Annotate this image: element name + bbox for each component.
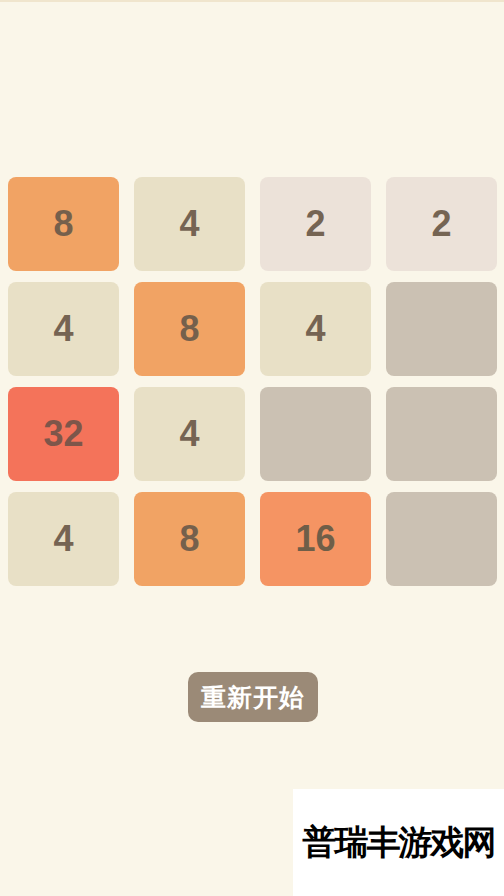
tile-r2c2-8: 8	[134, 282, 245, 376]
top-edge-strip	[0, 0, 504, 2]
tile-r1c1-8: 8	[8, 177, 119, 271]
tile-r3c2-4: 4	[134, 387, 245, 481]
tile-r4c3-16: 16	[260, 492, 371, 586]
cell-r3c4-empty	[386, 387, 497, 481]
watermark-text: 普瑞丰游戏网	[303, 820, 495, 866]
tile-r2c3-4: 4	[260, 282, 371, 376]
cell-r2c4-empty	[386, 282, 497, 376]
tile-r1c3-2: 2	[260, 177, 371, 271]
cell-r3c3-empty	[260, 387, 371, 481]
tile-r1c2-4: 4	[134, 177, 245, 271]
tile-r2c1-4: 4	[8, 282, 119, 376]
restart-button[interactable]: 重新开始	[188, 672, 318, 722]
cell-r4c4-empty	[386, 492, 497, 586]
tile-r1c4-2: 2	[386, 177, 497, 271]
board[interactable]: 84224843244816	[8, 177, 497, 586]
tile-r4c1-4: 4	[8, 492, 119, 586]
watermark: 普瑞丰游戏网	[293, 789, 504, 896]
tile-r4c2-8: 8	[134, 492, 245, 586]
tile-r3c1-32: 32	[8, 387, 119, 481]
